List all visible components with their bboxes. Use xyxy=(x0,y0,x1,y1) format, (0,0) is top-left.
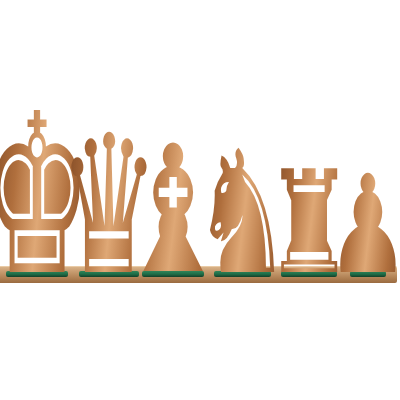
chess-piece-pawn: ♟ xyxy=(327,157,400,293)
chess-set-photo: ♚ ♛ ♝ ♞ ♜ ♟ xyxy=(0,0,400,400)
